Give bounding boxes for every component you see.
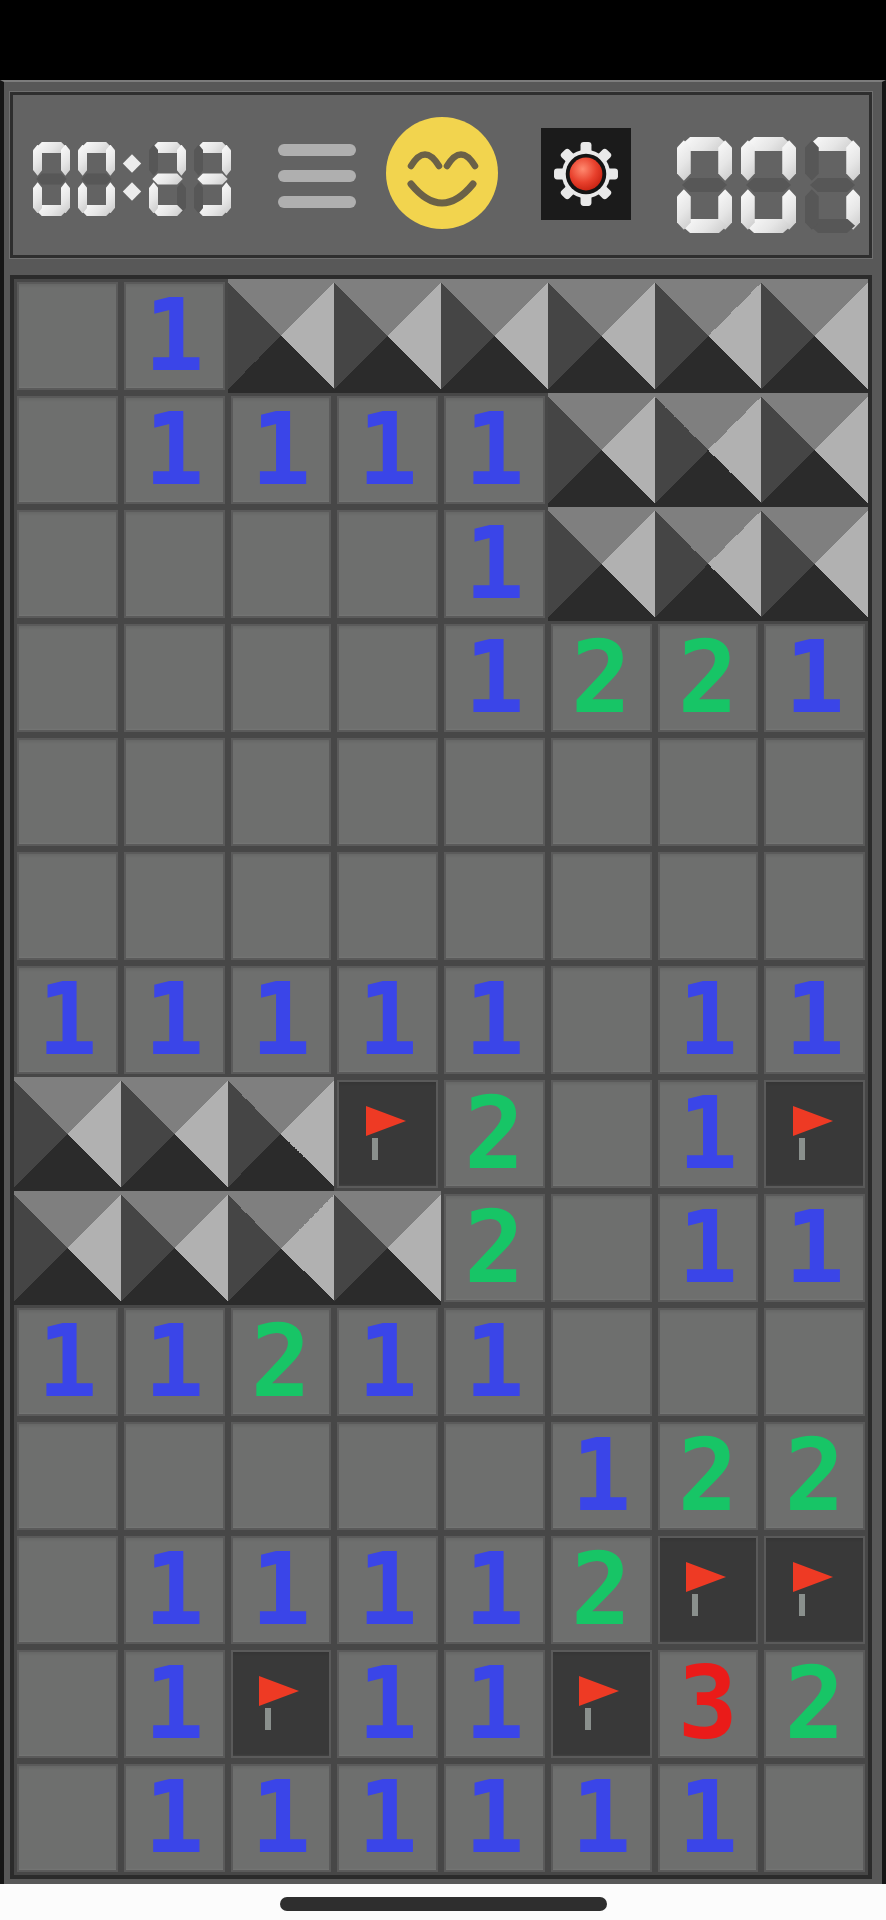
cell-r11c4[interactable] [334,1419,441,1533]
header-panel [10,92,872,258]
cell-r1c4[interactable] [334,279,441,393]
seven-segment-digit [149,142,186,216]
cell-r14c5[interactable]: 1 [441,1761,548,1875]
flag-icon [791,1562,839,1618]
cell-r7c5[interactable]: 1 [441,963,548,1077]
cell-r11c5[interactable] [441,1419,548,1533]
phone-screen: 1111111221111111121211112111221111211132… [0,0,886,1920]
cell-r9c6[interactable] [548,1191,655,1305]
seven-segment-digit [741,137,796,233]
cell-r2c3[interactable]: 1 [228,393,335,507]
cell-r5c3[interactable] [228,735,335,849]
flag-icon [364,1106,412,1162]
cell-r8c4[interactable] [334,1077,441,1191]
cell-r8c7[interactable]: 1 [655,1077,762,1191]
timer-display [33,142,231,216]
cell-r6c3[interactable] [228,849,335,963]
cell-r6c8[interactable] [761,849,868,963]
cell-r8c1[interactable] [14,1077,121,1191]
cell-r14c2[interactable]: 1 [121,1761,228,1875]
cell-r6c2[interactable] [121,849,228,963]
cell-r2c6[interactable] [548,393,655,507]
cell-r3c7[interactable] [655,507,762,621]
cell-r8c3[interactable] [228,1077,335,1191]
cell-r12c6[interactable]: 2 [548,1533,655,1647]
cell-r6c1[interactable] [14,849,121,963]
flag-icon [577,1676,625,1732]
cell-r2c7[interactable] [655,393,762,507]
seven-segment-digit [677,137,732,233]
cell-r13c8[interactable]: 2 [761,1647,868,1761]
status-bar [0,0,886,80]
cell-r12c2[interactable]: 1 [121,1533,228,1647]
cell-r11c3[interactable] [228,1419,335,1533]
cell-r4c6[interactable]: 2 [548,621,655,735]
cell-r7c6[interactable] [548,963,655,1077]
cell-r5c2[interactable] [121,735,228,849]
cell-r3c4[interactable] [334,507,441,621]
cell-r9c1[interactable] [14,1191,121,1305]
cell-r3c8[interactable] [761,507,868,621]
cell-r14c3[interactable]: 1 [228,1761,335,1875]
cell-r13c2[interactable]: 1 [121,1647,228,1761]
cell-r5c8[interactable] [761,735,868,849]
cell-r10c7[interactable] [655,1305,762,1419]
cell-r8c5[interactable]: 2 [441,1077,548,1191]
cell-r13c1[interactable] [14,1647,121,1761]
cell-r6c7[interactable] [655,849,762,963]
cell-r1c5[interactable] [441,279,548,393]
cell-r10c2[interactable]: 1 [121,1305,228,1419]
cell-r11c7[interactable]: 2 [655,1419,762,1533]
cell-r13c6[interactable] [548,1647,655,1761]
seven-segment-digit [33,142,70,216]
cell-r4c1[interactable] [14,621,121,735]
cell-r5c4[interactable] [334,735,441,849]
cell-r2c1[interactable] [14,393,121,507]
cell-r3c6[interactable] [548,507,655,621]
cell-r5c7[interactable] [655,735,762,849]
app-window: 1111111221111111121211112111221111211132… [0,80,886,1884]
cell-r12c5[interactable]: 1 [441,1533,548,1647]
smiley-happy-icon [385,116,499,230]
cell-r9c4[interactable] [334,1191,441,1305]
cell-r3c1[interactable] [14,507,121,621]
cell-r1c7[interactable] [655,279,762,393]
cell-r9c7[interactable]: 1 [655,1191,762,1305]
cell-r14c6[interactable]: 1 [548,1761,655,1875]
cell-r2c5[interactable]: 1 [441,393,548,507]
cell-r2c2[interactable]: 1 [121,393,228,507]
cell-r8c8[interactable] [761,1077,868,1191]
cell-r12c3[interactable]: 1 [228,1533,335,1647]
cell-r14c1[interactable] [14,1761,121,1875]
cell-r13c4[interactable]: 1 [334,1647,441,1761]
cell-r6c5[interactable] [441,849,548,963]
cell-r4c7[interactable]: 2 [655,621,762,735]
cell-r5c5[interactable] [441,735,548,849]
cell-r12c1[interactable] [14,1533,121,1647]
cell-r12c4[interactable]: 1 [334,1533,441,1647]
cell-r7c8[interactable]: 1 [761,963,868,1077]
flag-icon [257,1676,305,1732]
cell-r10c6[interactable] [548,1305,655,1419]
cell-r7c3[interactable]: 1 [228,963,335,1077]
cell-r10c8[interactable] [761,1305,868,1419]
cell-r4c3[interactable] [228,621,335,735]
home-bar-area [0,1884,886,1920]
mine-counter-display [677,137,860,233]
cell-r12c8[interactable] [761,1533,868,1647]
cell-r4c4[interactable] [334,621,441,735]
seven-segment-digit [194,142,231,216]
cell-r10c5[interactable]: 1 [441,1305,548,1419]
cell-r9c5[interactable]: 2 [441,1191,548,1305]
colon-separator [123,142,141,216]
cell-r11c8[interactable]: 2 [761,1419,868,1533]
hamburger-menu-icon[interactable] [278,144,356,214]
flag-icon [791,1106,839,1162]
cell-r9c8[interactable]: 1 [761,1191,868,1305]
cell-r14c7[interactable]: 1 [655,1761,762,1875]
cell-r1c8[interactable] [761,279,868,393]
cell-r10c1[interactable]: 1 [14,1305,121,1419]
cell-r6c6[interactable] [548,849,655,963]
cell-r7c1[interactable]: 1 [14,963,121,1077]
cell-r5c6[interactable] [548,735,655,849]
gear-icon [547,135,625,213]
cell-r7c2[interactable]: 1 [121,963,228,1077]
cell-r13c7[interactable]: 3 [655,1647,762,1761]
board: 1111111221111111121211112111221111211132… [10,275,872,1879]
seven-segment-digit [78,142,115,216]
cell-r13c5[interactable]: 1 [441,1647,548,1761]
settings-button[interactable] [541,128,631,220]
cell-r1c1[interactable] [14,279,121,393]
flag-icon [684,1562,732,1618]
cell-r4c5[interactable]: 1 [441,621,548,735]
cell-r8c2[interactable] [121,1077,228,1191]
cell-r13c3[interactable] [228,1647,335,1761]
cell-r11c2[interactable] [121,1419,228,1533]
cell-r14c4[interactable]: 1 [334,1761,441,1875]
cell-r12c7[interactable] [655,1533,762,1647]
cell-r14c8[interactable] [761,1761,868,1875]
cell-r5c1[interactable] [14,735,121,849]
cell-r3c5[interactable]: 1 [441,507,548,621]
smiley-face-button[interactable] [385,116,499,230]
home-indicator[interactable] [280,1897,607,1911]
cell-r1c2[interactable]: 1 [121,279,228,393]
cell-r11c6[interactable]: 1 [548,1419,655,1533]
cell-r1c6[interactable] [548,279,655,393]
cell-r10c3[interactable]: 2 [228,1305,335,1419]
cell-r3c3[interactable] [228,507,335,621]
cell-r3c2[interactable] [121,507,228,621]
cell-r9c3[interactable] [228,1191,335,1305]
cell-r7c7[interactable]: 1 [655,963,762,1077]
cell-r8c6[interactable] [548,1077,655,1191]
cell-r9c2[interactable] [121,1191,228,1305]
cell-r6c4[interactable] [334,849,441,963]
cell-r4c2[interactable] [121,621,228,735]
cell-r11c1[interactable] [14,1419,121,1533]
seven-segment-digit [805,137,860,233]
cell-r2c4[interactable]: 1 [334,393,441,507]
cell-r1c3[interactable] [228,279,335,393]
cell-r10c4[interactable]: 1 [334,1305,441,1419]
cell-r4c8[interactable]: 1 [761,621,868,735]
cell-r2c8[interactable] [761,393,868,507]
cell-r7c4[interactable]: 1 [334,963,441,1077]
